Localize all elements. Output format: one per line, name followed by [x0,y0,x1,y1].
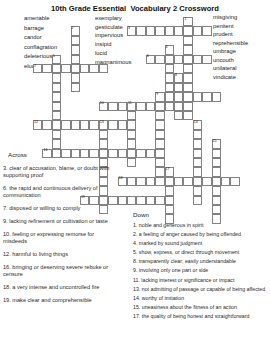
grid-cell[interactable] [99,149,108,158]
grid-cell[interactable] [99,64,108,73]
grid-cell[interactable] [183,92,192,101]
clue-number: 1 [184,18,186,22]
across-clue: 10. feeling or expressing remorse for mi… [3,231,110,246]
grid-cell[interactable] [136,26,145,35]
grid-cell[interactable] [71,36,80,45]
grid-cell[interactable] [146,149,155,158]
grid-cell[interactable] [212,92,221,101]
grid-cell[interactable] [174,92,183,101]
grid-cell[interactable] [155,196,164,205]
grid-cell[interactable] [127,177,136,186]
grid-cell[interactable] [212,205,221,214]
across-clue: 18. a very intense and uncontrolled fire [3,284,110,291]
grid-cell[interactable] [52,83,61,92]
grid-cell[interactable] [155,149,164,158]
clue-number: 8 [175,74,177,78]
grid-cell[interactable] [42,120,51,129]
clue-number: 11 [128,102,132,106]
across-clue: 16. bringing or deserving severe rebuke … [3,264,110,279]
grid-cell[interactable] [183,111,192,120]
grid-cell[interactable] [127,139,136,148]
clue-number: 7 [34,65,36,69]
down-clue: 8. transparently clear; easily understan… [133,258,266,265]
grid-cell[interactable] [212,177,221,186]
grid-cell[interactable] [52,130,61,139]
grid-cell[interactable] [71,149,80,158]
grid-cell[interactable] [146,102,155,111]
grid-cell[interactable] [80,149,89,158]
grid-cell[interactable] [165,177,174,186]
grid-cell[interactable] [155,177,164,186]
grid-cell[interactable] [165,186,174,195]
grid-cell[interactable] [193,158,202,167]
across-clue: 19. make clear and comprehensible [3,297,110,304]
grid-cell[interactable] [52,92,61,101]
grid-cell[interactable] [118,196,127,205]
grid-cell[interactable] [42,64,51,73]
grid-cell[interactable] [127,149,136,158]
across-clue: 7. disposed or willing to comply [3,205,110,212]
grid-cell[interactable] [183,83,192,92]
grid-cell[interactable] [127,158,136,167]
grid-cell[interactable] [174,83,183,92]
clue-number: 13 [100,121,104,125]
grid-cell[interactable] [165,102,174,111]
grid-cell[interactable] [202,26,211,35]
grid-cell[interactable] [155,139,164,148]
grid-cell[interactable] [165,26,174,35]
grid-cell[interactable] [212,196,221,205]
grid-cell[interactable] [89,120,98,129]
grid-cell[interactable] [193,139,202,148]
down-clue: 11. lacking interest or significance or … [133,277,266,284]
across-clue: 3. clear of accusation, blame, or doubt … [3,165,110,180]
grid-cell[interactable] [165,196,174,205]
grid-cell[interactable] [193,55,202,64]
grid-cell[interactable] [61,120,70,129]
grid-cell[interactable] [155,26,164,35]
grid-cell[interactable] [127,111,136,120]
grid-cell[interactable] [183,26,192,35]
clue-number: 15 [213,140,217,144]
grid-cell[interactable] [212,149,221,158]
down-heading: Down [133,211,149,218]
down-clue: 14. worthy of imitation [133,295,266,302]
clue-number: 10 [100,102,104,106]
grid-cell[interactable] [52,73,61,82]
crossword-worksheet: 10th Grade Essential Vocabulary 2 Crossw… [0,0,270,350]
grid-cell[interactable] [99,139,108,148]
clue-number: 14 [194,121,198,125]
down-clue: 5. show, express, or direct through move… [133,249,266,256]
grid-cell[interactable] [127,130,136,139]
grid-cell[interactable] [61,64,70,73]
grid-cell[interactable] [108,120,117,129]
grid-cell[interactable] [212,158,221,167]
grid-cell[interactable] [155,130,164,139]
grid-cell[interactable] [118,120,127,129]
grid-cell[interactable] [99,130,108,139]
grid-cell[interactable] [212,186,221,195]
down-clue: 15. uneasiness about the fitness of an a… [133,304,266,311]
clue-number: 5 [53,55,55,59]
across-clue: 9. lacking refinement or cultivation or … [3,218,110,225]
grid-cell[interactable] [52,120,61,129]
grid-cell[interactable] [155,120,164,129]
grid-cell[interactable] [174,55,183,64]
grid-cell[interactable] [174,26,183,35]
grid-cell[interactable] [71,83,80,92]
grid-cell[interactable] [193,92,202,101]
clue-number: 3 [128,27,130,31]
down-clue-list: 1. noble and generous in spirit2. a feel… [133,222,266,322]
grid-cell[interactable] [193,149,202,158]
across-clue: 12. harmful to living things [3,251,110,258]
across-heading: Across [8,151,27,158]
grid-cell[interactable] [127,120,136,129]
down-clue: 4. marked by sound judgment [133,240,266,247]
grid-cell[interactable] [71,120,80,129]
grid-cell[interactable] [52,139,61,148]
grid-cell[interactable] [108,102,117,111]
grid-cell[interactable] [174,177,183,186]
grid-cell[interactable] [165,92,174,101]
grid-cell[interactable] [80,64,89,73]
grid-cell[interactable] [108,149,117,158]
down-clue: 13. not admitting of passage or capable … [133,286,266,293]
grid-cell[interactable] [52,149,61,158]
clue-number: 18 [119,177,123,181]
page-title: 10th Grade Essential Vocabulary 2 Crossw… [0,4,270,13]
grid-cell[interactable] [202,55,211,64]
grid-cell[interactable] [146,26,155,35]
clue-number: 17 [166,168,170,172]
down-clue: 9. involving only one part or side [133,267,266,274]
grid-cell[interactable] [136,196,145,205]
grid-cell[interactable] [165,83,174,92]
grid-cell[interactable] [136,149,145,158]
grid-cell[interactable] [61,149,70,158]
grid-cell[interactable] [183,177,192,186]
grid-cell[interactable] [52,64,61,73]
clue-number: 12 [34,121,38,125]
clue-number: 19 [81,196,85,200]
grid-cell[interactable] [174,102,183,111]
grid-cell[interactable] [165,55,174,64]
grid-cell[interactable] [193,196,202,205]
clue-number: 2 [72,27,74,31]
grid-cell[interactable] [183,102,192,111]
grid-cell[interactable] [183,64,192,73]
grid-cell[interactable] [193,130,202,139]
grid-cell[interactable] [165,64,174,73]
grid-cell[interactable] [155,111,164,120]
grid-cell[interactable] [146,177,155,186]
grid-cell[interactable] [155,158,164,167]
grid-cell[interactable] [202,177,211,186]
grid-cell[interactable] [155,102,164,111]
grid-cell[interactable] [165,205,174,214]
grid-cell[interactable] [193,167,202,176]
grid-cell[interactable] [230,177,239,186]
grid-cell[interactable] [202,92,211,101]
grid-cell[interactable] [155,55,164,64]
grid-cell[interactable] [136,102,145,111]
grid-cell[interactable] [174,111,183,120]
grid-cell[interactable] [155,167,164,176]
down-clue: 2. a feeling of anger caused by being of… [133,231,266,238]
grid-cell[interactable] [193,177,202,186]
grid-cell[interactable] [221,177,230,186]
grid-cell[interactable] [71,55,80,64]
grid-cell[interactable] [118,149,127,158]
across-clue-list: 3. clear of accusation, blame, or doubt … [3,165,110,309]
clue-number: 9 [156,93,158,97]
down-clue: 1. noble and generous in spirit [133,222,266,229]
grid-cell[interactable] [193,26,202,35]
grid-cell[interactable] [183,45,192,54]
clue-number: 6 [147,55,149,59]
grid-cell[interactable] [80,120,89,129]
grid-cell[interactable] [183,36,192,45]
grid-cell[interactable] [52,102,61,111]
clue-number: 16 [43,149,47,153]
grid-cell[interactable] [165,73,174,82]
grid-cell[interactable] [136,177,145,186]
grid-cell[interactable] [71,45,80,54]
grid-cell[interactable] [52,111,61,120]
grid-cell[interactable] [127,196,136,205]
grid-cell[interactable] [212,167,221,176]
clue-number: 4 [166,46,168,50]
across-clue: 6. the rapid and continuous delivery of … [3,185,110,200]
grid-cell[interactable] [71,64,80,73]
grid-cell[interactable] [71,73,80,82]
grid-cell[interactable] [193,186,202,195]
grid-cell[interactable] [183,55,192,64]
grid-cell[interactable] [118,102,127,111]
grid-cell[interactable] [183,73,192,82]
grid-cell[interactable] [146,196,155,205]
down-clue: 17. the quality of being honest and stra… [133,313,266,320]
grid-cell[interactable] [89,149,98,158]
grid-cell[interactable] [89,64,98,73]
